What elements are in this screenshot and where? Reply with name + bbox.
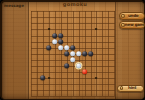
black-stone: [40, 75, 46, 81]
hint-button[interactable]: hint: [117, 85, 144, 93]
white-stone: [58, 45, 64, 51]
grid-vline: [114, 11, 115, 96]
black-stone: [46, 45, 52, 51]
star-point: [48, 77, 50, 79]
black-stone: [64, 63, 70, 69]
grid-hline: [31, 96, 115, 97]
hint-button-label: hint: [123, 86, 143, 90]
white-stone: [70, 57, 76, 63]
star-point: [48, 29, 50, 31]
game-window: message gomoku undo new game hint: [0, 0, 145, 100]
black-stone: [58, 39, 64, 45]
black-stone: [88, 51, 94, 57]
grid-hline: [31, 90, 115, 91]
white-stone-last-move: [76, 63, 82, 69]
black-stone: [70, 45, 76, 51]
new-game-button[interactable]: new game: [119, 21, 145, 29]
white-stone: [64, 45, 70, 51]
star-point: [96, 77, 98, 79]
grid-hline: [31, 84, 115, 85]
undo-button[interactable]: undo: [119, 12, 145, 20]
white-stone: [70, 51, 76, 57]
white-stone: [52, 39, 58, 45]
black-stone: [64, 51, 70, 57]
black-stone: [82, 51, 88, 57]
new-game-button-label: new game: [125, 23, 144, 27]
red-stone: [82, 69, 88, 75]
white-stone: [76, 51, 82, 57]
black-stone: [58, 33, 64, 39]
undo-button-label: undo: [125, 14, 144, 18]
black-stone: [52, 33, 58, 39]
grid-vline: [108, 11, 109, 96]
star-point: [96, 29, 98, 31]
